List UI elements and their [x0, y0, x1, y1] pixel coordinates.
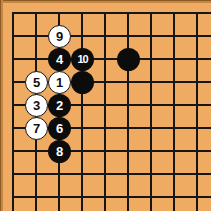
- stone-black-plain: [71, 71, 94, 94]
- stone-move-number: 4: [56, 53, 63, 66]
- stones-layer: 94105132768: [0, 0, 211, 211]
- board-frame-top-edge: [0, 0, 211, 3]
- stone-black-6: 6: [48, 117, 71, 140]
- stone-move-number: 5: [33, 76, 40, 89]
- stone-move-number: 10: [77, 54, 87, 65]
- board-frame-left-edge: [0, 0, 3, 211]
- stone-move-number: 8: [56, 145, 63, 158]
- stone-move-number: 6: [56, 122, 63, 135]
- stone-black-8: 8: [48, 140, 71, 163]
- stone-move-number: 9: [56, 30, 63, 43]
- stone-white-7: 7: [25, 117, 48, 140]
- stone-move-number: 2: [56, 99, 63, 112]
- stone-black-plain: [117, 48, 140, 71]
- stone-white-5: 5: [25, 71, 48, 94]
- stone-move-number: 3: [33, 99, 40, 112]
- stone-white-3: 3: [25, 94, 48, 117]
- stone-white-9: 9: [48, 25, 71, 48]
- stone-black-4: 4: [48, 48, 71, 71]
- stone-black-2: 2: [48, 94, 71, 117]
- stone-white-1: 1: [48, 71, 71, 94]
- stone-move-number: 1: [56, 76, 63, 89]
- stone-move-number: 7: [33, 122, 40, 135]
- stone-black-10: 10: [71, 48, 94, 71]
- go-board: 94105132768: [0, 0, 211, 211]
